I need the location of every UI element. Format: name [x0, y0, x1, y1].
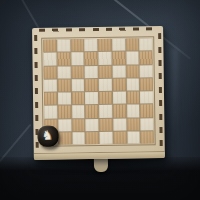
- photo: ♞: [0, 0, 200, 200]
- board-square[interactable]: [113, 131, 126, 143]
- board-square[interactable]: [113, 92, 126, 104]
- board-square[interactable]: [85, 92, 98, 104]
- board-square[interactable]: [71, 39, 84, 51]
- board-square[interactable]: [44, 66, 57, 78]
- board-square[interactable]: [126, 65, 139, 77]
- board-square[interactable]: [71, 66, 84, 78]
- board-square[interactable]: [71, 52, 84, 64]
- board-square[interactable]: [99, 92, 112, 104]
- board-square[interactable]: [85, 52, 98, 64]
- board-square[interactable]: [99, 105, 112, 117]
- board-square[interactable]: [71, 79, 84, 91]
- board-side-edge: [34, 151, 165, 160]
- board-square[interactable]: [113, 118, 126, 130]
- board-square[interactable]: [113, 105, 126, 117]
- board-square[interactable]: [58, 92, 71, 104]
- board-square[interactable]: [126, 38, 139, 50]
- board-square[interactable]: [98, 52, 111, 64]
- board-square[interactable]: [44, 106, 57, 118]
- board-square[interactable]: [99, 118, 112, 130]
- board-square[interactable]: [72, 105, 85, 117]
- finger-joint-dashes-right: [158, 33, 163, 146]
- board-square[interactable]: [140, 104, 153, 116]
- board-square[interactable]: [140, 78, 153, 90]
- board-square[interactable]: [85, 79, 98, 91]
- board-square[interactable]: [58, 119, 71, 131]
- board-square[interactable]: [44, 93, 57, 105]
- board-square[interactable]: [72, 119, 85, 131]
- board-square[interactable]: [57, 66, 70, 78]
- board-square[interactable]: [99, 65, 112, 77]
- board-square[interactable]: [139, 38, 152, 50]
- board-square[interactable]: [98, 39, 111, 51]
- board-square[interactable]: [57, 53, 70, 65]
- board-square[interactable]: [43, 53, 56, 65]
- board-square[interactable]: [72, 132, 85, 144]
- board-square[interactable]: [57, 39, 70, 51]
- board-group: ♞: [0, 0, 200, 200]
- black-knight-token[interactable]: ♞: [38, 125, 59, 146]
- board-square[interactable]: [127, 105, 140, 117]
- board-square[interactable]: [126, 78, 139, 90]
- board-square[interactable]: [71, 92, 84, 104]
- board-square[interactable]: [112, 52, 125, 64]
- board-square[interactable]: [43, 40, 56, 52]
- board-square[interactable]: [126, 91, 139, 103]
- finger-joint-dashes-top: [39, 27, 156, 32]
- board-square[interactable]: [85, 105, 98, 117]
- board-square[interactable]: [84, 39, 97, 51]
- board-square[interactable]: [141, 118, 154, 130]
- board-square[interactable]: [58, 106, 71, 118]
- chess-board-box: ♞: [32, 26, 165, 160]
- board-square[interactable]: [44, 79, 57, 91]
- board-square[interactable]: [86, 118, 99, 130]
- board-square[interactable]: [100, 132, 113, 144]
- board-square[interactable]: ♞: [45, 132, 58, 144]
- board-square[interactable]: [99, 79, 112, 91]
- knight-icon: ♞: [38, 129, 57, 142]
- chess-grid: ♞: [43, 38, 153, 145]
- board-square[interactable]: [112, 65, 125, 77]
- board-square[interactable]: [127, 118, 140, 130]
- board-square[interactable]: [112, 39, 125, 51]
- board-square[interactable]: [141, 131, 154, 143]
- board-square[interactable]: [127, 131, 140, 143]
- board-square[interactable]: [140, 51, 153, 63]
- board-square[interactable]: [86, 132, 99, 144]
- board-square[interactable]: [85, 66, 98, 78]
- board-square[interactable]: [126, 52, 139, 64]
- board-square[interactable]: [140, 65, 153, 77]
- board-square[interactable]: [140, 91, 153, 103]
- board-square[interactable]: [58, 132, 71, 144]
- board-square[interactable]: [113, 78, 126, 90]
- board-square[interactable]: [58, 79, 71, 91]
